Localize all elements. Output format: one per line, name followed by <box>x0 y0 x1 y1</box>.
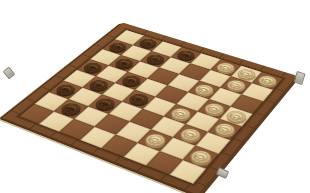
product-photo-scene: ⛂⛂⛀⛀⛀⛂⛂⛀⛂⛀⛂⛂⛀⛀⛂⛂⛀⛀⛂⛂⛀⛂⛀⛀ <box>0 0 310 193</box>
board-grid: ⛂⛂⛀⛀⛀⛂⛂⛀⛂⛀⛂⛂⛀⛀⛂⛂⛀⛀⛂⛂⛀⛂⛀⛀ <box>17 29 284 185</box>
checkers-board: ⛂⛂⛀⛀⛀⛂⛂⛀⛂⛀⛂⛂⛀⛀⛂⛂⛀⛀⛂⛂⛀⛂⛀⛀ <box>3 23 297 193</box>
hinge-icon <box>293 71 305 85</box>
clasp-icon <box>3 67 16 80</box>
clasp-icon <box>216 167 229 179</box>
